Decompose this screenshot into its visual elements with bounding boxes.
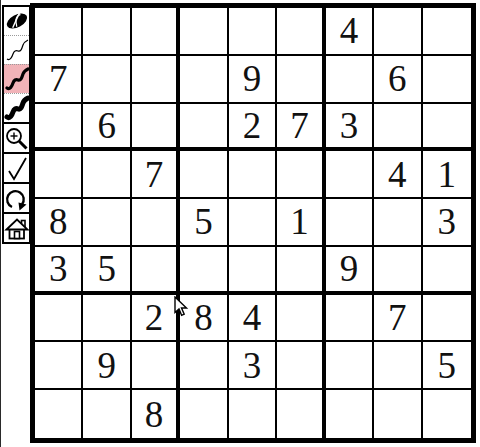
cell-r3c3[interactable] bbox=[132, 104, 180, 152]
cell-r8c1[interactable] bbox=[35, 342, 83, 390]
cell-r5c7[interactable] bbox=[326, 199, 374, 247]
cell-r7c4[interactable]: 8 bbox=[180, 295, 228, 343]
cell-r4c1[interactable] bbox=[35, 151, 83, 199]
cell-r8c6[interactable] bbox=[277, 342, 325, 390]
cell-r2c7[interactable] bbox=[326, 56, 374, 104]
cell-r3c2[interactable]: 6 bbox=[83, 104, 131, 152]
cell-r1c4[interactable] bbox=[180, 8, 228, 56]
cell-r1c3[interactable] bbox=[132, 8, 180, 56]
pen-nib-icon bbox=[4, 8, 30, 34]
thin-squiggle-icon bbox=[4, 37, 30, 63]
cell-r1c6[interactable] bbox=[277, 8, 325, 56]
cell-r9c7[interactable] bbox=[326, 390, 374, 438]
cell-r1c2[interactable] bbox=[83, 8, 131, 56]
cell-r9c5[interactable] bbox=[229, 390, 277, 438]
window-left-edge bbox=[0, 0, 1, 447]
cell-r6c2[interactable]: 5 bbox=[83, 247, 131, 295]
cell-r5c8[interactable] bbox=[374, 199, 422, 247]
cell-r7c7[interactable] bbox=[326, 295, 374, 343]
drawing-toolbar bbox=[2, 5, 31, 244]
cell-r8c5[interactable]: 3 bbox=[229, 342, 277, 390]
cell-r4c3[interactable]: 7 bbox=[132, 151, 180, 199]
sudoku-grid: 47966273741851335928479358 bbox=[30, 3, 476, 443]
cell-r8c3[interactable] bbox=[132, 342, 180, 390]
tool-zoom-in[interactable] bbox=[2, 122, 31, 154]
cell-r3c4[interactable] bbox=[180, 104, 228, 152]
cell-r6c9[interactable] bbox=[423, 247, 471, 295]
cell-r6c1[interactable]: 3 bbox=[35, 247, 83, 295]
cell-r9c1[interactable] bbox=[35, 390, 83, 438]
home-icon bbox=[4, 216, 29, 241]
medium-squiggle-icon bbox=[4, 66, 30, 92]
tool-stroke-medium[interactable] bbox=[4, 64, 29, 93]
cell-r3c8[interactable] bbox=[374, 104, 422, 152]
cell-r2c3[interactable] bbox=[132, 56, 180, 104]
tool-stroke-thick[interactable] bbox=[4, 93, 29, 122]
cell-r4c5[interactable] bbox=[229, 151, 277, 199]
cell-r8c9[interactable]: 5 bbox=[423, 342, 471, 390]
cell-r6c3[interactable] bbox=[132, 247, 180, 295]
cell-r8c7[interactable] bbox=[326, 342, 374, 390]
checkmark-icon bbox=[4, 156, 29, 181]
cell-r5c3[interactable] bbox=[132, 199, 180, 247]
cell-r5c6[interactable]: 1 bbox=[277, 199, 325, 247]
cell-r9c3[interactable]: 8 bbox=[132, 390, 180, 438]
cell-r9c8[interactable] bbox=[374, 390, 422, 438]
cell-r7c2[interactable] bbox=[83, 295, 131, 343]
cell-r8c4[interactable] bbox=[180, 342, 228, 390]
cell-r6c6[interactable] bbox=[277, 247, 325, 295]
stroke-tool-group bbox=[2, 5, 31, 124]
undo-arrow-icon bbox=[4, 186, 29, 211]
tool-pen[interactable] bbox=[4, 7, 29, 35]
cell-r7c3[interactable]: 2 bbox=[132, 295, 180, 343]
magnifier-plus-icon bbox=[4, 126, 29, 151]
cell-r7c5[interactable]: 4 bbox=[229, 295, 277, 343]
cell-r5c9[interactable]: 3 bbox=[423, 199, 471, 247]
cell-r1c1[interactable] bbox=[35, 8, 83, 56]
cell-r5c1[interactable]: 8 bbox=[35, 199, 83, 247]
cell-r9c2[interactable] bbox=[83, 390, 131, 438]
cell-r2c6[interactable] bbox=[277, 56, 325, 104]
cell-r5c5[interactable] bbox=[229, 199, 277, 247]
cell-r7c1[interactable] bbox=[35, 295, 83, 343]
cell-r2c9[interactable] bbox=[423, 56, 471, 104]
cell-r1c5[interactable] bbox=[229, 8, 277, 56]
cell-r2c4[interactable] bbox=[180, 56, 228, 104]
cell-r5c2[interactable] bbox=[83, 199, 131, 247]
cell-r3c7[interactable]: 3 bbox=[326, 104, 374, 152]
cell-r7c6[interactable] bbox=[277, 295, 325, 343]
cell-r8c2[interactable]: 9 bbox=[83, 342, 131, 390]
cell-r3c5[interactable]: 2 bbox=[229, 104, 277, 152]
cell-r5c4[interactable]: 5 bbox=[180, 199, 228, 247]
cell-r4c4[interactable] bbox=[180, 151, 228, 199]
cell-r2c1[interactable]: 7 bbox=[35, 56, 83, 104]
tool-check[interactable] bbox=[2, 152, 31, 184]
cell-r3c1[interactable] bbox=[35, 104, 83, 152]
cell-r4c6[interactable] bbox=[277, 151, 325, 199]
cell-r7c9[interactable] bbox=[423, 295, 471, 343]
thick-squiggle-icon bbox=[4, 95, 30, 121]
cell-r2c8[interactable]: 6 bbox=[374, 56, 422, 104]
tool-undo[interactable] bbox=[2, 182, 31, 214]
cell-r1c9[interactable] bbox=[423, 8, 471, 56]
tool-home[interactable] bbox=[2, 212, 31, 244]
cell-r8c8[interactable] bbox=[374, 342, 422, 390]
cell-r9c6[interactable] bbox=[277, 390, 325, 438]
cell-r7c8[interactable]: 7 bbox=[374, 295, 422, 343]
cell-r9c9[interactable] bbox=[423, 390, 471, 438]
cell-r6c8[interactable] bbox=[374, 247, 422, 295]
cell-r6c4[interactable] bbox=[180, 247, 228, 295]
cell-r4c2[interactable] bbox=[83, 151, 131, 199]
cell-r1c7[interactable]: 4 bbox=[326, 8, 374, 56]
cell-r2c5[interactable]: 9 bbox=[229, 56, 277, 104]
cell-r4c9[interactable]: 1 bbox=[423, 151, 471, 199]
cell-r6c5[interactable] bbox=[229, 247, 277, 295]
cell-r4c8[interactable]: 4 bbox=[374, 151, 422, 199]
cell-r6c7[interactable]: 9 bbox=[326, 247, 374, 295]
cell-r9c4[interactable] bbox=[180, 390, 228, 438]
cell-r2c2[interactable] bbox=[83, 56, 131, 104]
cell-r4c7[interactable] bbox=[326, 151, 374, 199]
cell-r3c6[interactable]: 7 bbox=[277, 104, 325, 152]
tool-stroke-thin[interactable] bbox=[4, 35, 29, 64]
cell-r1c8[interactable] bbox=[374, 8, 422, 56]
cell-r3c9[interactable] bbox=[423, 104, 471, 152]
